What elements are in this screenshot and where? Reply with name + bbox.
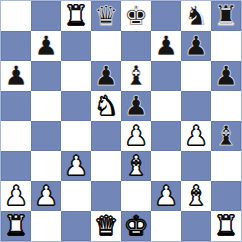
square-f1[interactable] (151, 211, 181, 241)
square-e8[interactable]: ♚ (121, 1, 151, 31)
square-g5[interactable] (181, 91, 211, 121)
square-f7[interactable]: ♟ (151, 31, 181, 61)
square-b5[interactable] (31, 91, 61, 121)
black-pawn[interactable]: ♟ (124, 91, 148, 121)
square-e5[interactable]: ♟ (121, 91, 151, 121)
square-e7[interactable] (121, 31, 151, 61)
square-e1[interactable]: ♚ (121, 211, 151, 241)
square-a7[interactable] (1, 31, 31, 61)
black-king[interactable]: ♚ (124, 1, 148, 31)
square-b6[interactable] (31, 61, 61, 91)
square-a8[interactable] (1, 1, 31, 31)
white-pawn[interactable]: ♟ (4, 181, 28, 211)
square-a5[interactable] (1, 91, 31, 121)
white-knight[interactable]: ♞ (94, 91, 118, 121)
square-f3[interactable] (151, 151, 181, 181)
black-knight[interactable]: ♞ (184, 1, 208, 31)
white-king[interactable]: ♚ (124, 211, 148, 241)
white-pawn[interactable]: ♟ (124, 121, 148, 151)
square-d5[interactable]: ♞ (91, 91, 121, 121)
black-pawn[interactable]: ♟ (214, 61, 238, 91)
square-h3[interactable] (211, 151, 241, 181)
white-pawn[interactable]: ♟ (154, 181, 178, 211)
square-a3[interactable] (1, 151, 31, 181)
square-d4[interactable] (91, 121, 121, 151)
square-b8[interactable] (31, 1, 61, 31)
black-bishop[interactable]: ♝ (214, 121, 238, 151)
square-c5[interactable] (61, 91, 91, 121)
square-b2[interactable]: ♟ (31, 181, 61, 211)
chess-board: ♜♛♚♞♜♟♟♟♟♟♝♟♞♟♟♟♝♟♝♟♟♟♝♜♛♚♜ (0, 0, 242, 242)
square-g8[interactable]: ♞ (181, 1, 211, 31)
square-f2[interactable]: ♟ (151, 181, 181, 211)
square-a4[interactable] (1, 121, 31, 151)
square-h7[interactable] (211, 31, 241, 61)
square-c3[interactable]: ♟ (61, 151, 91, 181)
black-bishop[interactable]: ♝ (124, 61, 148, 91)
white-pawn[interactable]: ♟ (64, 151, 88, 181)
white-rook[interactable]: ♜ (214, 211, 238, 241)
black-pawn[interactable]: ♟ (184, 31, 208, 61)
square-g2[interactable]: ♝ (181, 181, 211, 211)
square-c1[interactable] (61, 211, 91, 241)
square-c4[interactable] (61, 121, 91, 151)
square-f8[interactable] (151, 1, 181, 31)
square-b1[interactable] (31, 211, 61, 241)
black-pawn[interactable]: ♟ (4, 61, 28, 91)
square-e2[interactable] (121, 181, 151, 211)
square-c6[interactable] (61, 61, 91, 91)
white-pawn[interactable]: ♟ (34, 181, 58, 211)
square-h8[interactable]: ♜ (211, 1, 241, 31)
square-c2[interactable] (61, 181, 91, 211)
black-pawn[interactable]: ♟ (94, 61, 118, 91)
square-f6[interactable] (151, 61, 181, 91)
square-g7[interactable]: ♟ (181, 31, 211, 61)
square-d1[interactable]: ♛ (91, 211, 121, 241)
black-pawn[interactable]: ♟ (154, 31, 178, 61)
square-a6[interactable]: ♟ (1, 61, 31, 91)
white-bishop[interactable]: ♝ (124, 151, 148, 181)
square-g4[interactable]: ♟ (181, 121, 211, 151)
square-d8[interactable]: ♛ (91, 1, 121, 31)
square-f5[interactable] (151, 91, 181, 121)
square-g6[interactable] (181, 61, 211, 91)
square-b3[interactable] (31, 151, 61, 181)
square-g3[interactable] (181, 151, 211, 181)
white-rook[interactable]: ♜ (4, 211, 28, 241)
square-h5[interactable] (211, 91, 241, 121)
square-c7[interactable] (61, 31, 91, 61)
square-d6[interactable]: ♟ (91, 61, 121, 91)
square-h4[interactable]: ♝ (211, 121, 241, 151)
square-h2[interactable] (211, 181, 241, 211)
square-e3[interactable]: ♝ (121, 151, 151, 181)
square-b4[interactable] (31, 121, 61, 151)
square-e4[interactable]: ♟ (121, 121, 151, 151)
black-queen[interactable]: ♛ (94, 1, 118, 31)
white-bishop[interactable]: ♝ (184, 181, 208, 211)
white-queen[interactable]: ♛ (94, 211, 118, 241)
square-d3[interactable] (91, 151, 121, 181)
square-b7[interactable]: ♟ (31, 31, 61, 61)
white-pawn[interactable]: ♟ (184, 121, 208, 151)
square-d2[interactable] (91, 181, 121, 211)
white-rook[interactable]: ♜ (64, 1, 88, 31)
square-a2[interactable]: ♟ (1, 181, 31, 211)
black-rook[interactable]: ♜ (214, 1, 238, 31)
square-a1[interactable]: ♜ (1, 211, 31, 241)
square-g1[interactable] (181, 211, 211, 241)
square-d7[interactable] (91, 31, 121, 61)
square-h6[interactable]: ♟ (211, 61, 241, 91)
square-c8[interactable]: ♜ (61, 1, 91, 31)
square-e6[interactable]: ♝ (121, 61, 151, 91)
square-h1[interactable]: ♜ (211, 211, 241, 241)
square-f4[interactable] (151, 121, 181, 151)
black-pawn[interactable]: ♟ (34, 31, 58, 61)
